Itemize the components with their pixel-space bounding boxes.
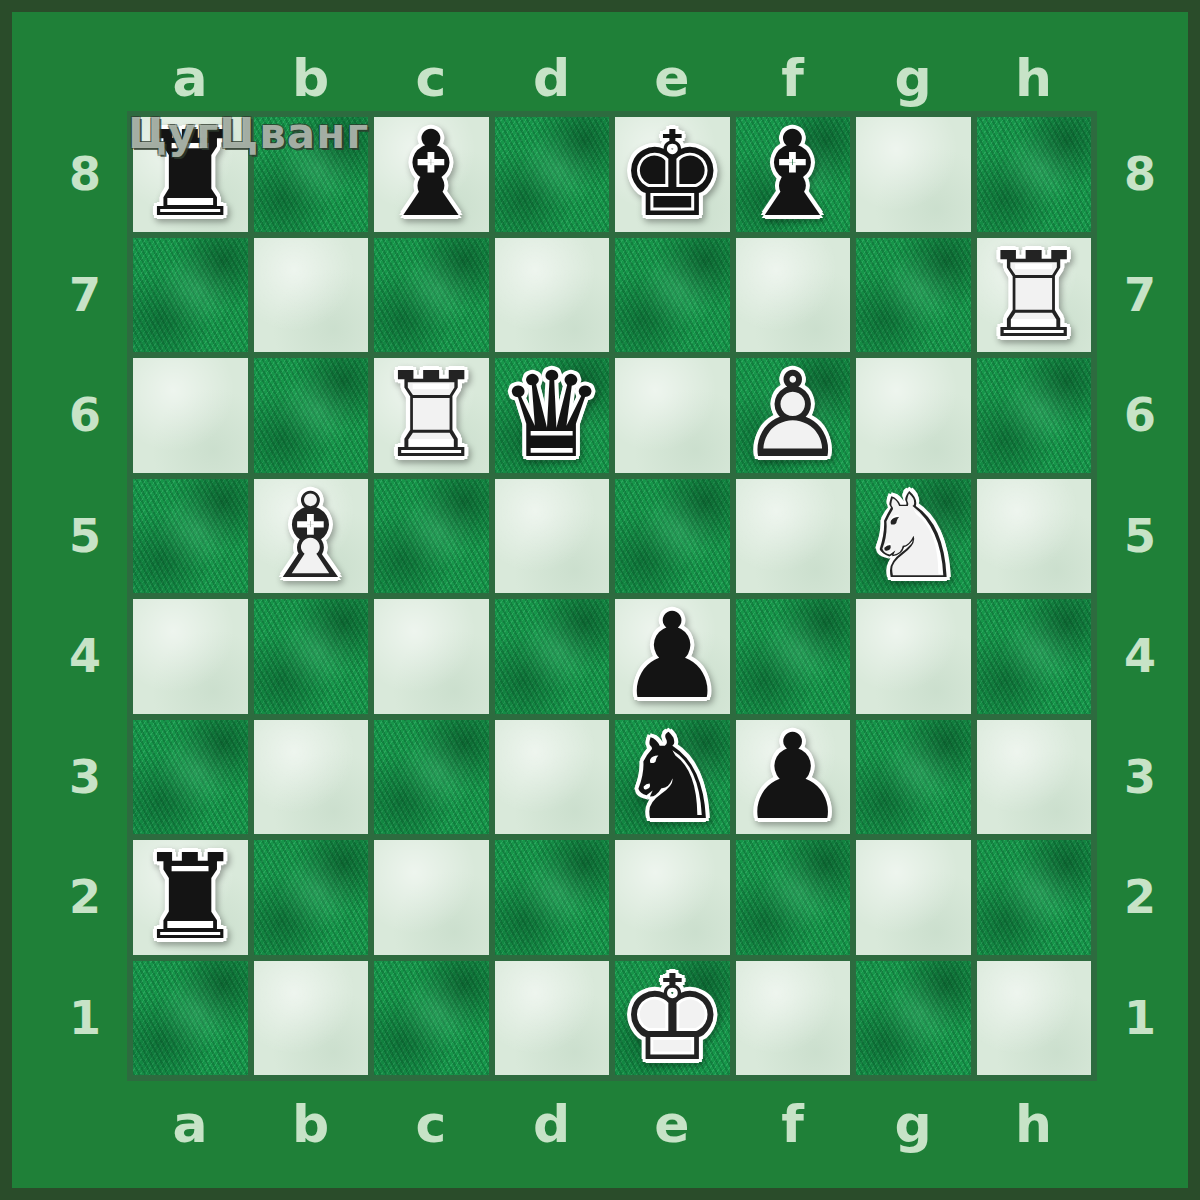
- square-h6: [977, 358, 1092, 473]
- rank-label-right-7: 7: [1100, 265, 1180, 325]
- watermark-text: ЦугЦванг: [128, 109, 369, 158]
- rank-label-right-3: 3: [1100, 747, 1180, 807]
- square-f8: ♝: [736, 117, 851, 232]
- square-c5: [374, 479, 489, 594]
- rank-label-right-8: 8: [1100, 144, 1180, 204]
- file-label-top-d: d: [512, 48, 592, 108]
- square-f2: [736, 840, 851, 955]
- square-f5: [736, 479, 851, 594]
- file-label-top-g: g: [873, 48, 953, 108]
- square-f7: [736, 238, 851, 353]
- square-b7: [254, 238, 369, 353]
- piece-glyph: ♛: [495, 358, 610, 473]
- piece-outline-glyph: ♙: [736, 358, 851, 473]
- square-g8: [856, 117, 971, 232]
- square-e7: [615, 238, 730, 353]
- square-f4: [736, 599, 851, 714]
- rank-label-left-4: 4: [45, 626, 125, 686]
- board-frame: ЦугЦванг ♜♝♚♝♜♖♜♖♛♟♙♝♗♞♘♟♞♟♜♚♔ aabbccdde…: [0, 0, 1200, 1200]
- file-label-bottom-c: c: [391, 1094, 471, 1154]
- rank-label-left-2: 2: [45, 867, 125, 927]
- piece-white-rook: ♜♖: [374, 358, 489, 473]
- file-label-top-h: h: [994, 48, 1074, 108]
- square-d7: [495, 238, 610, 353]
- piece-glyph: ♝: [736, 117, 851, 232]
- piece-white-pawn: ♟♙: [736, 358, 851, 473]
- piece-black-queen: ♛: [495, 358, 610, 473]
- piece-white-rook: ♜♖: [977, 238, 1092, 353]
- square-g7: [856, 238, 971, 353]
- square-c3: [374, 720, 489, 835]
- file-label-top-e: e: [632, 48, 712, 108]
- rank-label-left-3: 3: [45, 747, 125, 807]
- file-label-bottom-h: h: [994, 1094, 1074, 1154]
- square-b4: [254, 599, 369, 714]
- rank-label-left-5: 5: [45, 506, 125, 566]
- square-a4: [133, 599, 248, 714]
- square-c2: [374, 840, 489, 955]
- piece-glyph: ♚: [615, 117, 730, 232]
- square-e4: ♟: [615, 599, 730, 714]
- piece-glyph: ♟: [615, 599, 730, 714]
- square-e8: ♚: [615, 117, 730, 232]
- square-h1: [977, 961, 1092, 1076]
- piece-black-knight: ♞: [615, 720, 730, 835]
- square-f1: [736, 961, 851, 1076]
- square-c8: ♝: [374, 117, 489, 232]
- square-h7: ♜♖: [977, 238, 1092, 353]
- square-d6: ♛: [495, 358, 610, 473]
- file-label-top-f: f: [753, 48, 833, 108]
- rank-label-left-8: 8: [45, 144, 125, 204]
- square-h2: [977, 840, 1092, 955]
- square-e5: [615, 479, 730, 594]
- square-g2: [856, 840, 971, 955]
- piece-outline-glyph: ♖: [977, 238, 1092, 353]
- piece-white-knight: ♞♘: [856, 479, 971, 594]
- piece-outline-glyph: ♗: [254, 479, 369, 594]
- piece-black-king: ♚: [615, 117, 730, 232]
- square-e2: [615, 840, 730, 955]
- rank-label-right-4: 4: [1100, 626, 1180, 686]
- rank-label-left-7: 7: [45, 265, 125, 325]
- square-d3: [495, 720, 610, 835]
- rank-label-right-6: 6: [1100, 385, 1180, 445]
- piece-glyph: ♟: [736, 720, 851, 835]
- piece-black-pawn: ♟: [736, 720, 851, 835]
- rank-label-left-1: 1: [45, 988, 125, 1048]
- square-h4: [977, 599, 1092, 714]
- square-d5: [495, 479, 610, 594]
- piece-black-bishop: ♝: [736, 117, 851, 232]
- square-c6: ♜♖: [374, 358, 489, 473]
- file-label-bottom-d: d: [512, 1094, 592, 1154]
- square-c1: [374, 961, 489, 1076]
- rank-label-left-6: 6: [45, 385, 125, 445]
- square-f3: ♟: [736, 720, 851, 835]
- piece-glyph: ♜: [133, 840, 248, 955]
- square-d4: [495, 599, 610, 714]
- piece-white-bishop: ♝♗: [254, 479, 369, 594]
- file-label-bottom-g: g: [873, 1094, 953, 1154]
- square-h3: [977, 720, 1092, 835]
- chess-board: ♜♝♚♝♜♖♜♖♛♟♙♝♗♞♘♟♞♟♜♚♔: [127, 111, 1097, 1081]
- square-c4: [374, 599, 489, 714]
- square-b5: ♝♗: [254, 479, 369, 594]
- square-g6: [856, 358, 971, 473]
- square-h5: [977, 479, 1092, 594]
- rank-label-right-2: 2: [1100, 867, 1180, 927]
- square-g5: ♞♘: [856, 479, 971, 594]
- square-g1: [856, 961, 971, 1076]
- square-b3: [254, 720, 369, 835]
- square-c7: [374, 238, 489, 353]
- square-b1: [254, 961, 369, 1076]
- square-a1: [133, 961, 248, 1076]
- square-a2: ♜: [133, 840, 248, 955]
- piece-outline-glyph: ♖: [374, 358, 489, 473]
- file-label-top-c: c: [391, 48, 471, 108]
- piece-glyph: ♝: [374, 117, 489, 232]
- piece-white-king: ♚♔: [615, 961, 730, 1076]
- file-label-bottom-f: f: [753, 1094, 833, 1154]
- rank-label-right-5: 5: [1100, 506, 1180, 566]
- piece-black-pawn: ♟: [615, 599, 730, 714]
- square-e3: ♞: [615, 720, 730, 835]
- square-b2: [254, 840, 369, 955]
- square-a5: [133, 479, 248, 594]
- square-a7: [133, 238, 248, 353]
- square-g4: [856, 599, 971, 714]
- square-e1: ♚♔: [615, 961, 730, 1076]
- piece-glyph: ♞: [615, 720, 730, 835]
- square-d1: [495, 961, 610, 1076]
- piece-outline-glyph: ♘: [856, 479, 971, 594]
- file-label-top-b: b: [271, 48, 351, 108]
- file-label-bottom-e: e: [632, 1094, 712, 1154]
- piece-outline-glyph: ♔: [615, 961, 730, 1076]
- square-f6: ♟♙: [736, 358, 851, 473]
- square-d8: [495, 117, 610, 232]
- square-g3: [856, 720, 971, 835]
- square-d2: [495, 840, 610, 955]
- file-label-top-a: a: [150, 48, 230, 108]
- square-a3: [133, 720, 248, 835]
- square-h8: [977, 117, 1092, 232]
- rank-label-right-1: 1: [1100, 988, 1180, 1048]
- file-label-bottom-a: a: [150, 1094, 230, 1154]
- square-e6: [615, 358, 730, 473]
- piece-black-bishop: ♝: [374, 117, 489, 232]
- piece-black-rook: ♜: [133, 840, 248, 955]
- file-label-bottom-b: b: [271, 1094, 351, 1154]
- square-a6: [133, 358, 248, 473]
- square-b6: [254, 358, 369, 473]
